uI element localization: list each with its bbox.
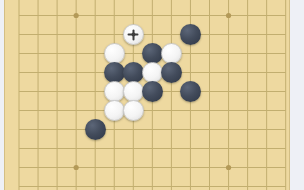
white-stone	[161, 43, 182, 64]
star-point	[226, 165, 231, 170]
white-stone	[123, 24, 144, 45]
star-point	[74, 165, 79, 170]
white-stone	[104, 43, 125, 64]
black-stone	[142, 81, 163, 102]
gomoku-board[interactable]	[4, 0, 290, 190]
black-stone	[142, 43, 163, 64]
black-stone	[180, 24, 201, 45]
black-stone	[180, 81, 201, 102]
white-stone	[123, 81, 144, 102]
black-stone	[85, 119, 106, 140]
black-stone	[123, 62, 144, 83]
star-point	[226, 13, 231, 18]
star-point	[74, 13, 79, 18]
last-move-marker-icon	[128, 29, 139, 40]
white-stone	[104, 81, 125, 102]
black-stone	[161, 62, 182, 83]
app-viewport	[0, 0, 304, 190]
white-stone	[104, 100, 125, 121]
black-stone	[104, 62, 125, 83]
white-stone	[123, 100, 144, 121]
white-stone	[142, 62, 163, 83]
